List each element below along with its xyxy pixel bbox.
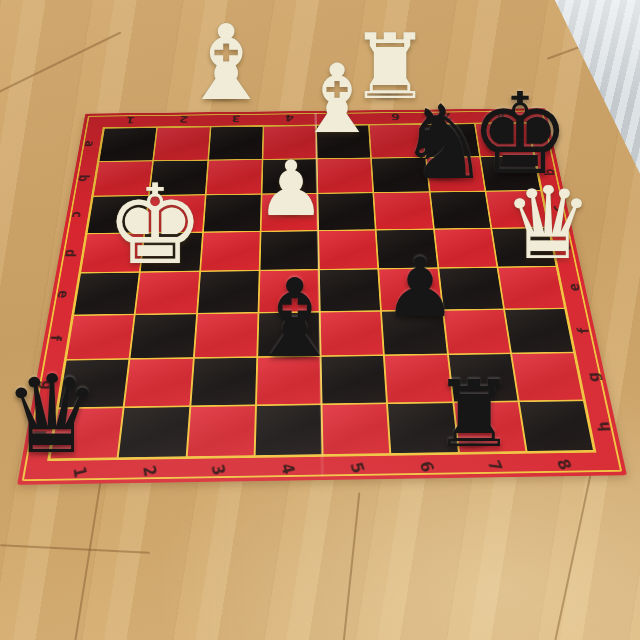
square-h4[interactable] <box>255 405 321 456</box>
piece-white-bishop-b5[interactable]: ♝ <box>294 52 379 147</box>
square-b3[interactable] <box>206 160 261 194</box>
square-h8[interactable] <box>519 401 593 451</box>
square-g8[interactable] <box>512 353 583 400</box>
piece-black-rook-h7[interactable]: ♜ <box>433 369 515 461</box>
top-label-1: 1 <box>122 114 140 125</box>
piece-white-king-e2[interactable]: ♚ <box>106 170 205 280</box>
wood-seam <box>73 483 102 640</box>
bottom-label-2: 2 <box>138 460 161 482</box>
square-f2[interactable] <box>131 314 196 358</box>
square-a1[interactable] <box>100 128 157 161</box>
piece-black-knight-c7[interactable]: ♞ <box>398 92 489 194</box>
piece-white-bishop-a3[interactable]: ♝ <box>179 11 272 115</box>
wood-seam <box>342 492 361 640</box>
square-a2[interactable] <box>154 127 209 160</box>
bottom-label-8: 8 <box>551 454 577 476</box>
piece-black-pawn-f6[interactable]: ♟ <box>383 247 457 329</box>
left-label-e: e <box>53 287 74 301</box>
wood-seam <box>552 464 593 640</box>
piece-white-pawn-d4[interactable]: ♟ <box>257 151 325 227</box>
square-c3[interactable] <box>203 195 260 232</box>
scene: { "game": "chess", "scene": { "surface":… <box>0 0 640 640</box>
bottom-label-5: 5 <box>345 457 370 479</box>
right-label-h: h <box>592 417 615 435</box>
piece-black-queen-h1[interactable]: ♛ <box>4 361 101 469</box>
left-label-d: d <box>61 246 81 259</box>
square-a3[interactable] <box>209 127 263 160</box>
left-label-a: a <box>81 138 99 149</box>
right-label-g: g <box>582 368 604 385</box>
bottom-label-4: 4 <box>276 458 300 480</box>
wood-seam <box>0 31 121 94</box>
bottom-label-3: 3 <box>207 459 231 481</box>
piece-white-queen-e8[interactable]: ♛ <box>503 174 593 274</box>
square-c5[interactable] <box>318 193 375 229</box>
right-label-f: f <box>572 323 594 338</box>
piece-black-bishop-g4[interactable]: ♝ <box>247 265 344 373</box>
square-b5[interactable] <box>318 158 373 192</box>
square-h2[interactable] <box>119 407 189 458</box>
left-label-c: c <box>68 208 87 220</box>
square-g2[interactable] <box>125 359 192 406</box>
wood-seam <box>0 544 150 554</box>
square-h3[interactable] <box>187 406 255 457</box>
left-label-f: f <box>45 330 66 345</box>
square-f8[interactable] <box>505 309 573 353</box>
square-h5[interactable] <box>322 404 389 454</box>
left-label-b: b <box>75 172 94 184</box>
